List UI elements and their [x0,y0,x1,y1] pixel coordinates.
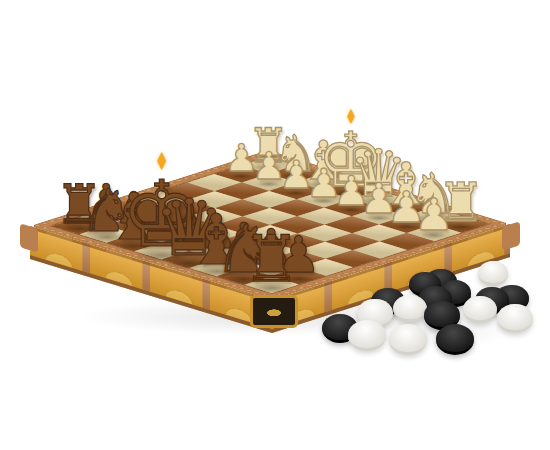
lego-chess-product-photo: ♜♞♝♦♚♛♝♞♜♟♟♟♟♟♟♟♟♟♟♟♟♟♟♟♟♜♞♝♦♚♛♝♞♜ [0,0,550,450]
piece-glyph: ♟ [414,194,454,236]
checker-disc-white [478,261,508,286]
piece-brown-rook: ♜ [227,204,317,290]
pieces-layer: ♜♞♝♦♚♛♝♞♜♟♟♟♟♟♟♟♟♟♟♟♟♟♟♟♟♜♞♝♦♚♛♝♞♜ [0,0,550,450]
checker-disc-white [497,304,533,333]
checker-disc-black [436,324,474,354]
piece-cream-pawn: ♟ [389,177,479,237]
checker-disc-white [389,324,427,354]
gold-corner-ornament [250,295,298,328]
piece-glyph: ♜ [243,229,300,290]
checker-disc-white [348,320,386,350]
